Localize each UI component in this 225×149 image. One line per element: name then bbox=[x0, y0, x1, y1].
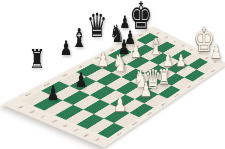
chess-piece-glyph: ♝ bbox=[149, 36, 162, 58]
chess-piece-glyph: ♛ bbox=[87, 10, 108, 43]
chess-piece-glyph: ♟ bbox=[176, 53, 186, 69]
chess-piece-glyph: ♟ bbox=[75, 70, 88, 90]
chess-piece-glyph: ♟ bbox=[210, 42, 222, 61]
chess-piece-glyph: ♝ bbox=[71, 25, 87, 51]
chess-piece-glyph: ♟ bbox=[140, 80, 152, 99]
chess-piece-glyph: ♞ bbox=[113, 52, 127, 75]
chess-piece-glyph: ♟ bbox=[131, 43, 142, 60]
chess-piece-glyph: ♜ bbox=[29, 46, 45, 72]
chess-piece-glyph: ♟ bbox=[60, 38, 73, 58]
chess-piece-glyph: ♟ bbox=[114, 94, 127, 114]
chess-piece-glyph: ♟ bbox=[97, 50, 109, 69]
chess-set-product-photo: abcdefgh abcdefgh 87654321 87654321 ♜♟♟♝… bbox=[0, 0, 225, 149]
chess-piece-glyph: ♟ bbox=[47, 83, 60, 103]
